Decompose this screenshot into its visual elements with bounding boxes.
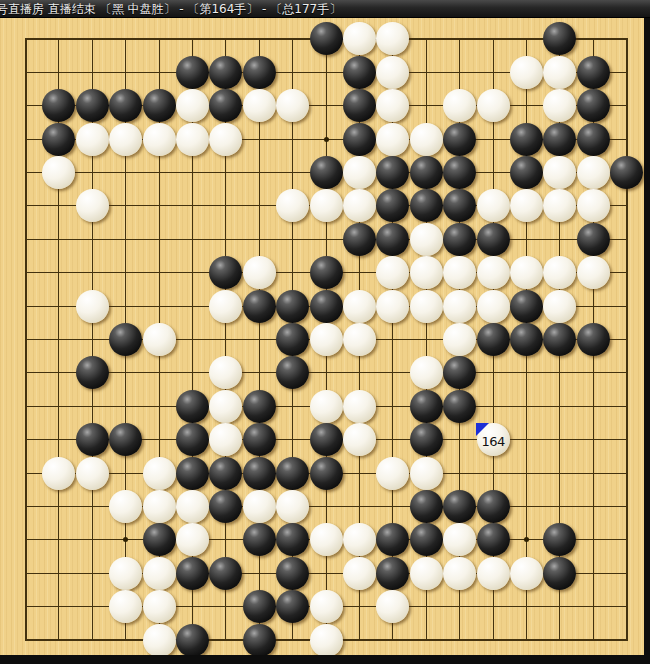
stone-white <box>410 356 443 389</box>
stone-white <box>76 457 109 490</box>
stone-white <box>143 323 176 356</box>
stone-black <box>410 390 443 423</box>
stone-white <box>443 323 476 356</box>
last-move-number: 164 <box>477 425 510 458</box>
stone-black <box>343 89 376 122</box>
stone-white <box>510 56 543 89</box>
stone-black <box>276 557 309 590</box>
stone-black <box>543 557 576 590</box>
stone-white <box>376 89 409 122</box>
stone-black <box>143 89 176 122</box>
stone-white <box>343 557 376 590</box>
stone-white <box>310 323 343 356</box>
star-point <box>123 537 128 542</box>
stone-black <box>577 123 610 156</box>
stone-black <box>443 390 476 423</box>
stone-white <box>143 123 176 156</box>
stone-black <box>443 156 476 189</box>
stone-white <box>577 189 610 222</box>
stone-black <box>176 557 209 590</box>
stone-black <box>443 490 476 523</box>
stone-white <box>109 590 142 623</box>
stone-white <box>243 490 276 523</box>
stone-white <box>76 189 109 222</box>
stone-white <box>143 457 176 490</box>
stone-white <box>477 557 510 590</box>
stone-black <box>209 256 242 289</box>
stone-white <box>443 290 476 323</box>
stone-white <box>243 89 276 122</box>
stone-white <box>176 123 209 156</box>
stone-black <box>543 123 576 156</box>
stone-white <box>310 624 343 657</box>
stone-white <box>209 123 242 156</box>
stone-white <box>209 290 242 323</box>
stone-black <box>42 89 75 122</box>
stone-white <box>410 290 443 323</box>
stone-black <box>276 356 309 389</box>
stone-white <box>176 490 209 523</box>
stone-black <box>543 523 576 556</box>
stone-white <box>477 290 510 323</box>
stone-white <box>510 189 543 222</box>
stone-white <box>410 256 443 289</box>
stone-white <box>176 523 209 556</box>
stone-black <box>376 523 409 556</box>
stone-black <box>510 290 543 323</box>
stone-black <box>243 624 276 657</box>
stone-black <box>176 624 209 657</box>
window-bottom-edge <box>0 655 650 664</box>
stone-white <box>343 156 376 189</box>
stone-white <box>443 523 476 556</box>
stone-black <box>243 390 276 423</box>
stone-white <box>410 223 443 256</box>
stone-black <box>343 56 376 89</box>
stone-white <box>376 123 409 156</box>
stone-white <box>143 590 176 623</box>
stone-white <box>143 490 176 523</box>
stone-black <box>577 223 610 256</box>
stone-white <box>443 557 476 590</box>
stone-black <box>176 423 209 456</box>
stone-black <box>310 457 343 490</box>
stone-black <box>410 156 443 189</box>
stone-black <box>276 323 309 356</box>
stone-black <box>176 390 209 423</box>
stone-white <box>143 557 176 590</box>
stone-white <box>343 22 376 55</box>
stone-white <box>209 390 242 423</box>
stone-black <box>376 223 409 256</box>
stone-white <box>76 123 109 156</box>
stone-white <box>376 256 409 289</box>
stone-white <box>343 523 376 556</box>
stone-black <box>443 189 476 222</box>
stone-white <box>42 156 75 189</box>
stone-white <box>276 490 309 523</box>
stone-white <box>376 22 409 55</box>
stone-white <box>343 390 376 423</box>
stone-white <box>276 89 309 122</box>
stone-black <box>276 590 309 623</box>
stone-black <box>477 523 510 556</box>
stone-black <box>543 323 576 356</box>
stone-black <box>443 223 476 256</box>
stone-black <box>176 56 209 89</box>
stone-white <box>109 123 142 156</box>
stone-white <box>343 323 376 356</box>
stone-black <box>410 490 443 523</box>
stone-white <box>276 189 309 222</box>
stone-white <box>376 290 409 323</box>
stone-black <box>143 523 176 556</box>
stone-white <box>143 624 176 657</box>
stone-black <box>577 56 610 89</box>
stone-white <box>310 523 343 556</box>
stone-white <box>109 490 142 523</box>
stone-white <box>343 290 376 323</box>
stone-black <box>243 457 276 490</box>
stone-white <box>577 156 610 189</box>
stone-black <box>410 189 443 222</box>
stone-white <box>76 290 109 323</box>
star-point <box>524 537 529 542</box>
stone-black <box>310 256 343 289</box>
stone-black <box>76 89 109 122</box>
stone-black <box>209 557 242 590</box>
stone-white <box>243 256 276 289</box>
stone-black <box>477 490 510 523</box>
stone-white <box>310 390 343 423</box>
stone-black <box>310 290 343 323</box>
stone-white <box>510 256 543 289</box>
stone-white <box>443 89 476 122</box>
stone-white <box>310 590 343 623</box>
stone-white <box>410 123 443 156</box>
stone-white <box>376 56 409 89</box>
stone-black <box>477 223 510 256</box>
stone-black <box>243 423 276 456</box>
stone-black <box>209 490 242 523</box>
stone-black <box>577 323 610 356</box>
stone-white <box>176 89 209 122</box>
stone-black <box>109 323 142 356</box>
stone-white <box>477 89 510 122</box>
go-board[interactable]: 164 <box>0 18 644 655</box>
stone-black <box>209 56 242 89</box>
stone-white <box>42 457 75 490</box>
window-right-edge <box>644 18 650 664</box>
stone-black <box>243 56 276 89</box>
stone-black <box>443 356 476 389</box>
stone-white <box>543 156 576 189</box>
stone-black <box>610 156 643 189</box>
stone-black <box>176 457 209 490</box>
stone-black <box>477 323 510 356</box>
stone-black <box>209 457 242 490</box>
stone-black <box>343 223 376 256</box>
stone-black <box>310 156 343 189</box>
stone-black <box>76 356 109 389</box>
stone-white <box>543 56 576 89</box>
stone-black <box>109 423 142 456</box>
stone-white <box>343 189 376 222</box>
stone-black <box>209 89 242 122</box>
stone-black <box>276 290 309 323</box>
stone-white <box>410 557 443 590</box>
stone-black <box>410 523 443 556</box>
stone-black <box>543 22 576 55</box>
window-title: 号直播房 直播结束 〔黑 中盘胜〕 - 〔第164手〕 - 〔总177手〕 <box>0 0 341 18</box>
stone-black <box>410 423 443 456</box>
stone-black <box>376 189 409 222</box>
stone-black <box>310 423 343 456</box>
stone-black <box>376 557 409 590</box>
stone-white <box>209 356 242 389</box>
stone-black <box>243 523 276 556</box>
stone-black <box>310 22 343 55</box>
stone-white <box>109 557 142 590</box>
stone-white <box>477 256 510 289</box>
stone-black <box>276 457 309 490</box>
stone-black <box>510 123 543 156</box>
stone-black <box>42 123 75 156</box>
stone-white <box>477 189 510 222</box>
stone-black <box>577 89 610 122</box>
stone-white <box>543 256 576 289</box>
stone-black <box>243 590 276 623</box>
stone-black <box>276 523 309 556</box>
stone-white <box>343 423 376 456</box>
stone-white <box>310 189 343 222</box>
stone-black <box>109 89 142 122</box>
title-bar: 号直播房 直播结束 〔黑 中盘胜〕 - 〔第164手〕 - 〔总177手〕 <box>0 0 650 18</box>
stone-white <box>543 290 576 323</box>
stone-white <box>376 457 409 490</box>
stone-white <box>510 557 543 590</box>
stone-black <box>76 423 109 456</box>
stone-white <box>376 590 409 623</box>
stone-black <box>443 123 476 156</box>
stone-white <box>543 189 576 222</box>
stone-white <box>543 89 576 122</box>
stone-black <box>376 156 409 189</box>
stone-white <box>443 256 476 289</box>
stone-black <box>243 290 276 323</box>
stone-black <box>510 156 543 189</box>
star-point <box>324 137 329 142</box>
stone-black <box>343 123 376 156</box>
stone-black <box>510 323 543 356</box>
app-window: 号直播房 直播结束 〔黑 中盘胜〕 - 〔第164手〕 - 〔总177手〕 16… <box>0 0 650 664</box>
stone-white <box>577 256 610 289</box>
stone-white <box>209 423 242 456</box>
stone-white <box>410 457 443 490</box>
